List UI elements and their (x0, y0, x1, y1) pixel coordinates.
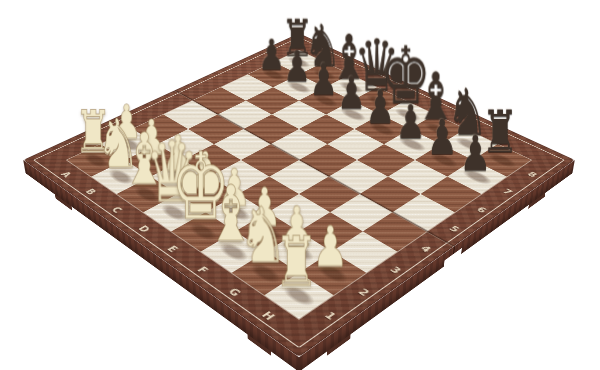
board-foot (528, 193, 545, 209)
board-foot (327, 334, 351, 356)
piece-glyph: ♜ (245, 227, 348, 296)
chess-board: ABCDEFGH 12345678 ♜♞♝♛♚♝♞♜♟♟♟♟♟♟♟♟♟♟♟♟♟♟… (23, 33, 575, 357)
board-foot (248, 334, 272, 356)
board-foot (55, 195, 72, 211)
product-photo-canvas: ABCDEFGH 12345678 ♜♞♝♛♚♝♞♜♟♟♟♟♟♟♟♟♟♟♟♟♟♟… (0, 0, 600, 370)
piece-glyph: ♟ (431, 128, 520, 177)
